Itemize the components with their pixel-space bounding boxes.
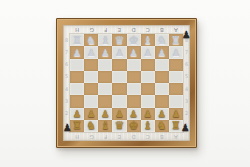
square-g2[interactable]: ♟ [155, 108, 169, 120]
coordinate-label: H [75, 134, 79, 140]
silver-knight[interactable]: ♞ [157, 34, 167, 45]
corner-marker-black-pawn-top-right: ♟ [182, 30, 191, 40]
coordinate-label: 6 [65, 62, 68, 67]
square-c1[interactable]: ♝ [98, 120, 112, 132]
square-c7[interactable]: ♟ [98, 46, 112, 58]
chess-board-frame: ABCDEFGH 87654321 ♜♞♝♛♚♝♞♜♟♟♟♟♟♟♟♟♟♟♟♟♟♟… [56, 18, 197, 148]
coordinate-label: 2 [185, 111, 188, 116]
silver-bishop[interactable]: ♝ [143, 34, 153, 45]
square-h3[interactable] [169, 95, 183, 107]
coordinate-label: 6 [185, 62, 188, 67]
photo-background: ABCDEFGH 87654321 ♜♞♝♛♚♝♞♜♟♟♟♟♟♟♟♟♟♟♟♟♟♟… [0, 0, 250, 167]
gold-rook[interactable]: ♜ [72, 120, 82, 131]
square-a6[interactable] [70, 59, 84, 71]
square-b5[interactable] [84, 71, 98, 83]
coordinate-label: 7 [185, 50, 188, 55]
coordinate-label: E [118, 27, 121, 33]
square-g3[interactable] [155, 95, 169, 107]
square-d8[interactable]: ♛ [112, 34, 126, 46]
square-h8[interactable]: ♜ [169, 34, 183, 46]
rank-labels-left: 87654321 [63, 34, 70, 132]
square-c4[interactable] [98, 83, 112, 95]
coordinate-label: A [174, 134, 178, 140]
board-grid: ♜♞♝♛♚♝♞♜♟♟♟♟♟♟♟♟♟♟♟♟♟♟♟♟♜♞♝♛♚♝♞♜ [70, 34, 183, 132]
gold-pawn[interactable]: ♟ [129, 108, 138, 118]
silver-rook[interactable]: ♜ [72, 34, 82, 45]
coordinate-label: 5 [185, 74, 188, 79]
square-c2[interactable]: ♟ [98, 108, 112, 120]
square-h5[interactable] [169, 71, 183, 83]
square-c3[interactable] [98, 95, 112, 107]
square-f8[interactable]: ♝ [141, 34, 155, 46]
square-d4[interactable] [112, 83, 126, 95]
coordinate-label: 4 [185, 87, 188, 92]
gold-pawn[interactable]: ♟ [73, 108, 82, 118]
square-g1[interactable]: ♞ [155, 120, 169, 132]
square-f5[interactable] [141, 71, 155, 83]
corner-marker-black-pawn-bottom-left: ♟ [63, 123, 72, 133]
file-labels-top: ABCDEFGH [70, 25, 183, 34]
silver-pawn[interactable]: ♟ [158, 47, 167, 57]
square-f7[interactable]: ♟ [141, 46, 155, 58]
square-e4[interactable] [127, 83, 141, 95]
square-e3[interactable] [127, 95, 141, 107]
silver-bishop[interactable]: ♝ [100, 34, 110, 45]
silver-knight[interactable]: ♞ [86, 34, 96, 45]
square-e8[interactable]: ♚ [127, 34, 141, 46]
square-b8[interactable]: ♞ [84, 34, 98, 46]
coordinate-label: F [104, 134, 107, 140]
gold-pawn[interactable]: ♟ [143, 108, 152, 118]
coordinate-label: H [75, 27, 79, 33]
gold-pawn[interactable]: ♟ [158, 108, 167, 118]
coordinate-label: D [131, 134, 135, 140]
square-d2[interactable]: ♟ [112, 108, 126, 120]
square-b3[interactable] [84, 95, 98, 107]
coordinate-label: B [160, 27, 164, 33]
silver-pawn[interactable]: ♟ [143, 47, 152, 57]
square-b6[interactable] [84, 59, 98, 71]
silver-pawn[interactable]: ♟ [172, 47, 181, 57]
square-g7[interactable]: ♟ [155, 46, 169, 58]
square-b2[interactable]: ♟ [84, 108, 98, 120]
square-a7[interactable]: ♟ [70, 46, 84, 58]
coordinate-label: E [118, 134, 121, 140]
square-e6[interactable] [127, 59, 141, 71]
square-g6[interactable] [155, 59, 169, 71]
coordinate-label: C [146, 134, 150, 140]
coordinate-label: C [146, 27, 150, 33]
silver-pawn[interactable]: ♟ [115, 47, 124, 57]
square-f1[interactable]: ♝ [141, 120, 155, 132]
square-f6[interactable] [141, 59, 155, 71]
square-a8[interactable]: ♜ [70, 34, 84, 46]
square-e7[interactable]: ♟ [127, 46, 141, 58]
square-d6[interactable] [112, 59, 126, 71]
file-labels-bottom: ABCDEFGH [70, 132, 183, 141]
square-h2[interactable]: ♟ [169, 108, 183, 120]
square-e2[interactable]: ♟ [127, 108, 141, 120]
square-a5[interactable] [70, 71, 84, 83]
square-c6[interactable] [98, 59, 112, 71]
square-g4[interactable] [155, 83, 169, 95]
silver-pawn[interactable]: ♟ [101, 47, 110, 57]
silver-pawn[interactable]: ♟ [87, 47, 96, 57]
gold-knight[interactable]: ♞ [86, 120, 96, 131]
coordinate-label: B [160, 134, 164, 140]
square-d1[interactable]: ♛ [112, 120, 126, 132]
square-e1[interactable]: ♚ [127, 120, 141, 132]
coordinate-label: 3 [65, 99, 68, 104]
square-a4[interactable] [70, 83, 84, 95]
coordinate-label: D [131, 27, 135, 33]
gold-king[interactable]: ♚ [129, 120, 139, 131]
square-c5[interactable] [98, 71, 112, 83]
coordinate-label: G [90, 134, 94, 140]
square-b1[interactable]: ♞ [84, 120, 98, 132]
square-a3[interactable] [70, 95, 84, 107]
silver-rook[interactable]: ♜ [171, 34, 181, 45]
square-f4[interactable] [141, 83, 155, 95]
coordinate-label: 5 [65, 74, 68, 79]
chess-board: ABCDEFGH 87654321 ♜♞♝♛♚♝♞♜♟♟♟♟♟♟♟♟♟♟♟♟♟♟… [63, 25, 190, 141]
gold-knight[interactable]: ♞ [157, 120, 167, 131]
silver-pawn[interactable]: ♟ [73, 47, 82, 57]
square-a2[interactable]: ♟ [70, 108, 84, 120]
gold-pawn[interactable]: ♟ [87, 108, 96, 118]
square-c8[interactable]: ♝ [98, 34, 112, 46]
gold-pawn[interactable]: ♟ [115, 108, 124, 118]
gold-queen[interactable]: ♛ [115, 120, 125, 131]
gold-pawn[interactable]: ♟ [101, 108, 110, 118]
square-h4[interactable] [169, 83, 183, 95]
square-h6[interactable] [169, 59, 183, 71]
coordinate-label: G [90, 27, 94, 33]
square-b4[interactable] [84, 83, 98, 95]
square-d7[interactable]: ♟ [112, 46, 126, 58]
rank-labels-right: 87654321 [183, 34, 190, 132]
square-h7[interactable]: ♟ [169, 46, 183, 58]
square-a1[interactable]: ♜ [70, 120, 84, 132]
gold-pawn[interactable]: ♟ [172, 108, 181, 118]
gold-bishop[interactable]: ♝ [143, 120, 153, 131]
square-f2[interactable]: ♟ [141, 108, 155, 120]
square-d3[interactable] [112, 95, 126, 107]
coordinate-label: 4 [65, 87, 68, 92]
silver-king[interactable]: ♚ [129, 34, 139, 45]
gold-rook[interactable]: ♜ [171, 120, 181, 131]
square-g8[interactable]: ♞ [155, 34, 169, 46]
silver-pawn[interactable]: ♟ [129, 47, 138, 57]
coordinate-label: 3 [185, 99, 188, 104]
corner-marker-black-pawn-bottom-right: ♟ [181, 123, 190, 133]
square-f3[interactable] [141, 95, 155, 107]
silver-queen[interactable]: ♛ [115, 34, 125, 45]
coordinate-label: 7 [65, 50, 68, 55]
square-b7[interactable]: ♟ [84, 46, 98, 58]
coordinate-label: 8 [65, 38, 68, 43]
coordinate-label: A [174, 27, 178, 33]
gold-bishop[interactable]: ♝ [100, 120, 110, 131]
square-e5[interactable] [127, 71, 141, 83]
square-g5[interactable] [155, 71, 169, 83]
coordinate-label: F [104, 27, 107, 33]
coordinate-label: 2 [65, 111, 68, 116]
square-d5[interactable] [112, 71, 126, 83]
